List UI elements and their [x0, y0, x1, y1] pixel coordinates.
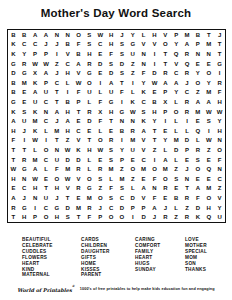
grid-cell: L	[182, 126, 193, 136]
grid-cell: A	[192, 184, 203, 194]
grid-cell: C	[73, 126, 84, 136]
grid-cell: G	[19, 203, 30, 213]
grid-cell: H	[106, 30, 117, 40]
grid-cell: A	[138, 184, 149, 194]
grid-cell: X	[95, 107, 106, 117]
grid-cell: S	[19, 107, 30, 117]
grid-cell: E	[160, 193, 171, 203]
grid-cell: T	[51, 97, 62, 107]
grid-cell: N	[138, 59, 149, 69]
word-list-item: MATERNAL	[22, 272, 53, 278]
grid-cell: X	[160, 97, 171, 107]
grid-cell: A	[8, 193, 19, 203]
grid-cell: E	[73, 193, 84, 203]
grid-cell: H	[62, 107, 73, 117]
grid-cell: K	[8, 107, 19, 117]
grid-cell: R	[19, 155, 30, 165]
grid-cell: H	[84, 49, 95, 59]
grid-cell: P	[171, 30, 182, 40]
grid-cell: V	[73, 174, 84, 184]
grid-cell: J	[51, 193, 62, 203]
grid-cell: K	[30, 78, 41, 88]
grid-cell: S	[192, 155, 203, 165]
grid-cell: A	[30, 30, 41, 40]
grid-cell: B	[73, 49, 84, 59]
grid-cell: F	[149, 193, 160, 203]
grid-cell: F	[117, 88, 128, 98]
grid-cell: H	[106, 40, 117, 50]
grid-cell: Q	[192, 126, 203, 136]
grid-cell: U	[51, 155, 62, 165]
grid-cell: E	[95, 155, 106, 165]
word-list-item: SPECIAL	[185, 249, 207, 255]
grid-cell: K	[8, 49, 19, 59]
grid-cell: C	[138, 97, 149, 107]
grid-cell: B	[8, 30, 19, 40]
grid-cell: H	[19, 212, 30, 222]
grid-cell: I	[149, 49, 160, 59]
grid-cell: C	[51, 78, 62, 88]
grid-cell: C	[171, 68, 182, 78]
grid-cell: E	[8, 184, 19, 194]
grid-cell: B	[8, 88, 19, 98]
grid-cell: U	[127, 49, 138, 59]
grid-cell: K	[192, 212, 203, 222]
grid-cell: S	[95, 174, 106, 184]
grid-cell: Z	[192, 88, 203, 98]
grid-cell: U	[106, 88, 117, 98]
grid-cell: O	[127, 164, 138, 174]
grid-cell: U	[19, 116, 30, 126]
grid-cell: L	[127, 184, 138, 194]
grid-cell: M	[117, 174, 128, 184]
word-list-item: THANKS	[185, 267, 207, 273]
grid-cell: R	[106, 136, 117, 146]
grid-cell: S	[106, 145, 117, 155]
word-list-item: CELEBRATE	[22, 243, 53, 249]
grid-cell: A	[73, 59, 84, 69]
grid-cell: I	[41, 136, 52, 146]
registered-mark: ®	[72, 284, 75, 288]
grid-cell: E	[149, 88, 160, 98]
grid-cell: S	[117, 49, 128, 59]
grid-cell: P	[127, 203, 138, 213]
grid-cell: T	[149, 126, 160, 136]
grid-cell: U	[84, 88, 95, 98]
grid-cell: L	[127, 88, 138, 98]
grid-cell: F	[84, 212, 95, 222]
grid-cell: M	[192, 107, 203, 117]
grid-cell: K	[138, 116, 149, 126]
grid-cell: R	[84, 59, 95, 69]
grid-cell: G	[84, 184, 95, 194]
grid-cell: V	[160, 30, 171, 40]
word-search-grid: BBAANNOSWHJYLHVPMBTJKCCJJBFSCHSGVVOYAPMT…	[7, 29, 226, 223]
grid-cell: Y	[171, 40, 182, 50]
grid-cell: O	[84, 78, 95, 88]
grid-cell: C	[41, 155, 52, 165]
grid-cell: H	[214, 126, 225, 136]
grid-cell: Z	[127, 59, 138, 69]
word-list-item: SUNDAY	[135, 267, 160, 273]
grid-cell: H	[51, 184, 62, 194]
grid-cell: I	[95, 78, 106, 88]
grid-cell: Z	[117, 164, 128, 174]
grid-cell: E	[203, 155, 214, 165]
grid-cell: J	[95, 203, 106, 213]
grid-cell: L	[62, 78, 73, 88]
grid-cell: N	[214, 136, 225, 146]
grid-cell: F	[95, 116, 106, 126]
grid-cell: R	[182, 107, 193, 117]
grid-cell: R	[182, 193, 193, 203]
grid-cell: K	[30, 126, 41, 136]
grid-cell: I	[127, 212, 138, 222]
grid-cell: D	[117, 59, 128, 69]
brand-logo: World of Printables®	[17, 286, 74, 293]
grid-cell: I	[19, 136, 30, 146]
grid-cell: F	[106, 184, 117, 194]
grid-cell: M	[73, 203, 84, 213]
grid-cell: O	[41, 212, 52, 222]
grid-cell: L	[95, 126, 106, 136]
grid-cell: P	[41, 49, 52, 59]
grid-cell: A	[160, 155, 171, 165]
grid-cell: C	[41, 203, 52, 213]
grid-cell: I	[203, 126, 214, 136]
grid-cell: D	[84, 116, 95, 126]
grid-cell: Y	[19, 49, 30, 59]
grid-cell: F	[73, 88, 84, 98]
grid-cell: E	[203, 174, 214, 184]
grid-cell: R	[84, 203, 95, 213]
grid-cell: A	[8, 116, 19, 126]
grid-cell: A	[51, 107, 62, 117]
grid-cell: P	[182, 145, 193, 155]
grid-cell: V	[62, 184, 73, 194]
grid-cell: N	[19, 174, 30, 184]
grid-cell: T	[160, 49, 171, 59]
word-list-column: CARINGCOMFORTFAMILYHEARTHUGSSUNDAY	[135, 237, 160, 272]
grid-cell: Z	[51, 59, 62, 69]
grid-cell: D	[138, 212, 149, 222]
grid-cell: A	[149, 203, 160, 213]
grid-cell: P	[95, 212, 106, 222]
grid-cell: T	[73, 212, 84, 222]
grid-cell: W	[73, 78, 84, 88]
grid-cell: V	[73, 136, 84, 146]
grid-cell: M	[203, 40, 214, 50]
grid-cell: N	[138, 49, 149, 59]
grid-cell: L	[171, 155, 182, 165]
grid-cell: D	[182, 136, 193, 146]
grid-cell: G	[214, 59, 225, 69]
grid-cell: W	[30, 174, 41, 184]
grid-cell: H	[214, 97, 225, 107]
grid-cell: B	[62, 97, 73, 107]
grid-cell: A	[138, 126, 149, 136]
word-list-item: COMFORT	[135, 243, 160, 249]
grid-cell: L	[84, 97, 95, 107]
grid-cell: N	[51, 145, 62, 155]
grid-cell: M	[203, 88, 214, 98]
grid-cell: V	[138, 40, 149, 50]
grid-cell: C	[182, 88, 193, 98]
grid-cell: D	[127, 193, 138, 203]
grid-cell: F	[149, 174, 160, 184]
grid-cell: N	[149, 184, 160, 194]
grid-cell: N	[51, 30, 62, 40]
grid-cell: M	[62, 164, 73, 174]
grid-cell: U	[41, 88, 52, 98]
grid-cell: B	[8, 78, 19, 88]
grid-cell: P	[160, 107, 171, 117]
grid-cell: E	[73, 116, 84, 126]
grid-cell: H	[149, 107, 160, 117]
grid-cell: O	[192, 164, 203, 174]
grid-cell: W	[8, 164, 19, 174]
grid-cell: G	[106, 97, 117, 107]
grid-cell: M	[171, 136, 182, 146]
grid-cell: I	[62, 88, 73, 98]
grid-cell: C	[214, 174, 225, 184]
grid-cell: C	[41, 97, 52, 107]
grid-cell: E	[160, 126, 171, 136]
grid-cell: G	[19, 164, 30, 174]
grid-cell: O	[51, 174, 62, 184]
grid-cell: M	[160, 164, 171, 174]
grid-cell: N	[214, 164, 225, 174]
grid-cell: N	[192, 49, 203, 59]
grid-cell: Y	[149, 116, 160, 126]
grid-cell: I	[30, 203, 41, 213]
grid-cell: Z	[95, 184, 106, 194]
grid-cell: I	[117, 97, 128, 107]
grid-cell: A	[30, 88, 41, 98]
grid-cell: O	[95, 136, 106, 146]
grid-cell: S	[203, 116, 214, 126]
grid-cell: R	[127, 126, 138, 136]
grid-cell: F	[214, 155, 225, 165]
grid-cell: M	[30, 155, 41, 165]
grid-cell: O	[160, 40, 171, 50]
brand-logo-text: World of Printables	[17, 287, 71, 293]
grid-cell: Z	[203, 145, 214, 155]
grid-cell: F	[138, 68, 149, 78]
grid-cell: Y	[127, 30, 138, 40]
grid-cell: T	[8, 155, 19, 165]
grid-cell: A	[30, 164, 41, 174]
grid-cell: R	[160, 212, 171, 222]
grid-cell: N	[182, 174, 193, 184]
grid-cell: A	[192, 97, 203, 107]
grid-cell: H	[30, 184, 41, 194]
grid-cell: T	[51, 88, 62, 98]
word-list-column: LOVEMOTHERSPECIALMOMSONTHANKS	[185, 237, 207, 272]
grid-cell: H	[8, 174, 19, 184]
grid-cell: H	[8, 126, 19, 136]
grid-cell: Y	[160, 136, 171, 146]
grid-cell: D	[62, 203, 73, 213]
grid-cell: R	[182, 49, 193, 59]
grid-cell: R	[84, 107, 95, 117]
grid-cell: Z	[127, 68, 138, 78]
grid-cell: T	[160, 59, 171, 69]
grid-cell: L	[171, 97, 182, 107]
grid-cell: E	[192, 174, 203, 184]
grid-cell: K	[8, 40, 19, 50]
grid-cell: E	[106, 126, 117, 136]
grid-cell: G	[127, 40, 138, 50]
grid-cell: J	[51, 68, 62, 78]
word-list-item: PARENT	[81, 272, 110, 278]
grid-cell: T	[73, 107, 84, 117]
grid-cell: C	[19, 40, 30, 50]
word-list: BEAUTIFULCELEBRATECUDDLESFLOWERSHEARTKIN…	[0, 237, 232, 281]
grid-cell: A	[160, 78, 171, 88]
grid-cell: I	[51, 49, 62, 59]
grid-cell: O	[149, 164, 160, 174]
grid-cell: T	[8, 145, 19, 155]
grid-cell: B	[149, 97, 160, 107]
grid-cell: C	[117, 193, 128, 203]
grid-cell: G	[19, 68, 30, 78]
grid-cell: I	[149, 59, 160, 69]
grid-cell: H	[62, 126, 73, 136]
grid-cell: F	[95, 97, 106, 107]
grid-cell: D	[95, 59, 106, 69]
grid-cell: V	[138, 145, 149, 155]
grid-cell: E	[138, 174, 149, 184]
grid-cell: F	[192, 193, 203, 203]
grid-cell: L	[84, 164, 95, 174]
grid-cell: V	[138, 193, 149, 203]
grid-cell: C	[138, 155, 149, 165]
grid-cell: R	[73, 164, 84, 174]
grid-cell: V	[73, 68, 84, 78]
grid-cell: S	[117, 68, 128, 78]
grid-cell: M	[138, 164, 149, 174]
footer-tagline: 1000's of free printables to help make k…	[80, 287, 215, 291]
grid-cell: W	[214, 107, 225, 117]
grid-cell: H	[84, 145, 95, 155]
grid-cell: W	[95, 30, 106, 40]
grid-cell: J	[19, 126, 30, 136]
grid-cell: C	[62, 59, 73, 69]
grid-cell: Z	[127, 174, 138, 184]
grid-cell: W	[149, 78, 160, 88]
grid-cell: A	[203, 97, 214, 107]
grid-cell: I	[182, 116, 193, 126]
worksheet-page: Mother's Day Word Search BBAANNOSWHJYLHV…	[0, 0, 232, 300]
grid-cell: O	[192, 78, 203, 88]
grid-cell: K	[30, 107, 41, 117]
grid-cell: D	[73, 155, 84, 165]
grid-cell: W	[41, 59, 52, 69]
grid-cell: E	[95, 68, 106, 78]
grid-cell: P	[192, 40, 203, 50]
grid-cell: N	[30, 193, 41, 203]
grid-cell: J	[41, 40, 52, 50]
grid-cell: R	[19, 59, 30, 69]
word-list-item: MOTHER	[185, 243, 207, 249]
grid-cell: W	[62, 174, 73, 184]
grid-cell: D	[62, 155, 73, 165]
grid-cell: K	[127, 97, 138, 107]
grid-cell: N	[117, 116, 128, 126]
grid-cell: A	[171, 78, 182, 88]
grid-cell: P	[41, 78, 52, 88]
grid-cell: Z	[62, 136, 73, 146]
grid-cell: M	[84, 193, 95, 203]
grid-cell: P	[117, 155, 128, 165]
grid-cell: G	[51, 203, 62, 213]
grid-cell: U	[30, 97, 41, 107]
grid-cell: C	[95, 40, 106, 50]
word-list-column: BEAUTIFULCELEBRATECUDDLESFLOWERSHEARTKIN…	[22, 237, 53, 278]
grid-cell: Q	[203, 164, 214, 174]
grid-cell: Z	[171, 164, 182, 174]
grid-cell: J	[19, 193, 30, 203]
grid-cell: E	[171, 184, 182, 194]
grid-cell: A	[106, 78, 117, 88]
grid-cell: Y	[171, 88, 182, 98]
grid-cell: H	[106, 107, 117, 117]
grid-cell: O	[95, 193, 106, 203]
grid-cell: T	[214, 40, 225, 50]
grid-cell: U	[127, 145, 138, 155]
grid-cell: M	[106, 164, 117, 174]
grid-cell: N	[203, 49, 214, 59]
grid-cell: S	[171, 174, 182, 184]
grid-cell: G	[8, 59, 19, 69]
grid-cell: M	[182, 30, 193, 40]
grid-cell: T	[62, 193, 73, 203]
grid-cell: R	[160, 68, 171, 78]
grid-cell: T	[8, 212, 19, 222]
grid-cell: J	[51, 116, 62, 126]
grid-cell: N	[62, 30, 73, 40]
grid-cell: R	[182, 68, 193, 78]
grid-cell: Q	[182, 59, 193, 69]
grid-cell: S	[84, 30, 95, 40]
grid-cell: P	[30, 49, 41, 59]
grid-cell: K	[138, 88, 149, 98]
word-list-column: CARDSCHILDRENDAUGHTERGIFTSHOMEKISSESPARE…	[81, 237, 110, 278]
grid-cell: V	[171, 59, 182, 69]
grid-cell: O	[160, 174, 171, 184]
grid-cell: E	[41, 174, 52, 184]
grid-cell: W	[30, 136, 41, 146]
grid-cell: P	[138, 203, 149, 213]
grid-cell: B	[171, 193, 182, 203]
grid-cell: D	[149, 68, 160, 78]
grid-cell: O	[117, 212, 128, 222]
grid-cell: B	[192, 30, 203, 40]
grid-cell: O	[214, 145, 225, 155]
grid-cell: E	[84, 126, 95, 136]
grid-cell: P	[160, 88, 171, 98]
grid-cell: R	[160, 184, 171, 194]
grid-cell: A	[182, 40, 193, 50]
grid-cell: E	[182, 155, 193, 165]
grid-cell: H	[62, 68, 73, 78]
grid-cell: E	[203, 59, 214, 69]
grid-cell: L	[41, 164, 52, 174]
grid-cell: A	[62, 116, 73, 126]
grid-cell: J	[160, 203, 171, 213]
grid-cell: Y	[214, 116, 225, 126]
